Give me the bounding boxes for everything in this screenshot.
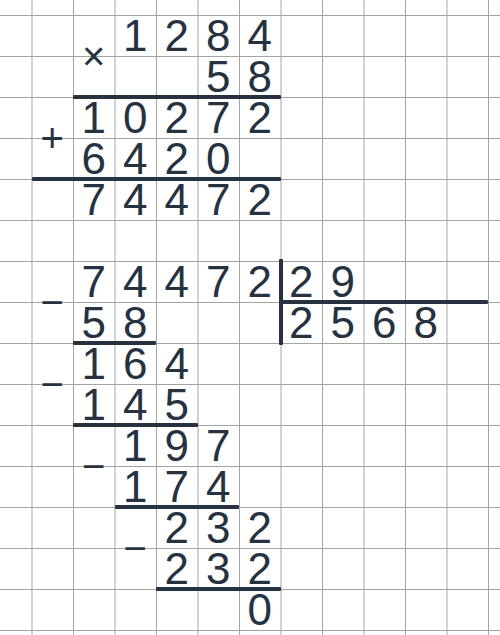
- plus-sign: +: [32, 118, 74, 159]
- squared-paper-worksheet: 1284581027264207447274472295825681641451…: [0, 0, 500, 635]
- digit-cell: 4: [115, 384, 157, 425]
- division-step1-underline: [73, 341, 156, 345]
- digit-cell: 5: [156, 384, 198, 425]
- digit-cell: 4: [239, 15, 281, 56]
- digit-cell: 8: [405, 302, 447, 343]
- digit-cell: 4: [115, 138, 157, 179]
- digit-cell: 2: [281, 302, 323, 343]
- digit-cell: 1: [73, 343, 115, 384]
- digit-cell: 4: [115, 179, 157, 220]
- digit-cell: 5: [73, 302, 115, 343]
- partial-products-underline: [32, 177, 281, 181]
- digit-cell: 2: [239, 507, 281, 548]
- digit-cell: 9: [156, 425, 198, 466]
- digit-cell: 4: [156, 179, 198, 220]
- digit-cell: 7: [156, 466, 198, 507]
- minus-sign-3: −: [73, 446, 115, 487]
- digit-cell: 7: [73, 261, 115, 302]
- minus-sign-1: −: [32, 282, 74, 323]
- digit-cell: 8: [115, 302, 157, 343]
- minus-sign-2: −: [32, 364, 74, 405]
- digit-cell: 4: [198, 466, 240, 507]
- digit-cell: 7: [73, 179, 115, 220]
- digit-cell: 8: [239, 56, 281, 97]
- digit-cell: 6: [73, 138, 115, 179]
- digit-cell: 0: [115, 97, 157, 138]
- division-step2-underline: [73, 423, 198, 427]
- digit-cell: 2: [239, 548, 281, 589]
- digit-cell: 4: [156, 343, 198, 384]
- digit-cell: 2: [281, 261, 323, 302]
- digit-cell: 2: [156, 138, 198, 179]
- digit-cell: 5: [322, 302, 364, 343]
- digit-cell: 6: [115, 343, 157, 384]
- digit-cell: 4: [115, 261, 157, 302]
- digit-cell: 1: [73, 384, 115, 425]
- digit-cell: 1: [115, 466, 157, 507]
- digit-cell: 6: [364, 302, 406, 343]
- multiply-sign: ×: [73, 36, 115, 77]
- digit-cell: 2: [156, 507, 198, 548]
- divisor-underline: [281, 300, 489, 304]
- digit-cell: 9: [322, 261, 364, 302]
- digit-cell: 1: [73, 97, 115, 138]
- digit-cell: 5: [198, 56, 240, 97]
- digit-cell: 1: [115, 425, 157, 466]
- digit-cell: 7: [198, 261, 240, 302]
- minus-sign-4: −: [115, 528, 157, 569]
- digit-cell: 2: [156, 15, 198, 56]
- division-bar: [279, 259, 283, 345]
- digit-cell: 2: [239, 97, 281, 138]
- digit-cell: 3: [198, 507, 240, 548]
- digit-cell: 0: [198, 138, 240, 179]
- division-step4-underline: [156, 587, 281, 591]
- digit-cell: 2: [239, 261, 281, 302]
- multiplier-underline: [73, 95, 281, 99]
- digit-cell: 3: [198, 548, 240, 589]
- digit-cell: 1: [115, 15, 157, 56]
- digit-cell: 0: [239, 589, 281, 630]
- digit-cell: 7: [198, 97, 240, 138]
- digit-cell: 8: [198, 15, 240, 56]
- digit-cell: 7: [198, 425, 240, 466]
- division-step3-underline: [115, 505, 240, 509]
- digit-cell: 2: [156, 97, 198, 138]
- digit-cell: 7: [198, 179, 240, 220]
- digit-cell: 2: [239, 179, 281, 220]
- digit-cell: 4: [156, 261, 198, 302]
- digit-cell: 2: [156, 548, 198, 589]
